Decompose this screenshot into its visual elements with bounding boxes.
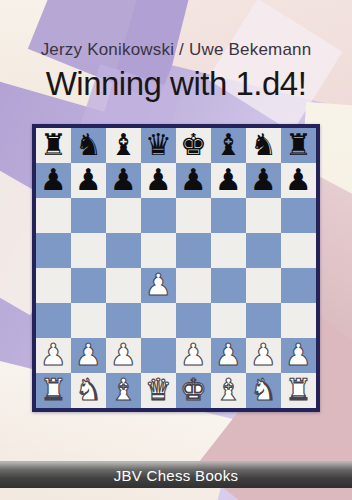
- black-bishop: ♝: [215, 130, 242, 160]
- black-rook: ♜: [40, 130, 67, 160]
- square-b6: [71, 198, 106, 233]
- white-bishop: ♝: [215, 375, 242, 405]
- white-pawn: ♟: [215, 340, 242, 370]
- square-e1: ♚: [176, 373, 211, 408]
- square-e6: [176, 198, 211, 233]
- square-h2: ♟: [281, 338, 316, 373]
- square-g1: ♞: [246, 373, 281, 408]
- white-queen: ♛: [145, 375, 172, 405]
- white-knight: ♞: [250, 375, 277, 405]
- white-rook: ♜: [40, 375, 67, 405]
- square-b2: ♟: [71, 338, 106, 373]
- square-c4: [106, 268, 141, 303]
- square-h6: [281, 198, 316, 233]
- square-c6: [106, 198, 141, 233]
- square-g5: [246, 233, 281, 268]
- black-pawn: ♟: [145, 165, 172, 195]
- square-b7: ♟: [71, 163, 106, 198]
- square-f3: [211, 303, 246, 338]
- square-f8: ♝: [211, 128, 246, 163]
- square-c1: ♝: [106, 373, 141, 408]
- white-bishop: ♝: [110, 375, 137, 405]
- square-c8: ♝: [106, 128, 141, 163]
- square-a6: [36, 198, 71, 233]
- square-e5: [176, 233, 211, 268]
- square-d6: [141, 198, 176, 233]
- black-knight: ♞: [75, 130, 102, 160]
- square-d2: [141, 338, 176, 373]
- square-e8: ♚: [176, 128, 211, 163]
- square-b3: [71, 303, 106, 338]
- square-f4: [211, 268, 246, 303]
- square-b8: ♞: [71, 128, 106, 163]
- square-a7: ♟: [36, 163, 71, 198]
- square-h3: [281, 303, 316, 338]
- chess-board: ♜♞♝♛♚♝♞♜♟♟♟♟♟♟♟♟♟♟♟♟♟♟♟♟♜♞♝♛♚♝♞♜: [32, 124, 320, 412]
- square-f6: [211, 198, 246, 233]
- square-d7: ♟: [141, 163, 176, 198]
- square-e7: ♟: [176, 163, 211, 198]
- black-pawn: ♟: [75, 165, 102, 195]
- white-pawn: ♟: [75, 340, 102, 370]
- square-d5: [141, 233, 176, 268]
- square-h5: [281, 233, 316, 268]
- white-pawn: ♟: [110, 340, 137, 370]
- square-a4: [36, 268, 71, 303]
- square-e2: ♟: [176, 338, 211, 373]
- square-g7: ♟: [246, 163, 281, 198]
- square-h7: ♟: [281, 163, 316, 198]
- square-c5: [106, 233, 141, 268]
- black-rook: ♜: [285, 130, 312, 160]
- publisher-band: JBV Chess Books: [0, 461, 352, 488]
- square-g3: [246, 303, 281, 338]
- white-pawn: ♟: [145, 270, 172, 300]
- square-d3: [141, 303, 176, 338]
- square-a8: ♜: [36, 128, 71, 163]
- black-bishop: ♝: [110, 130, 137, 160]
- publisher-name: JBV Chess Books: [114, 467, 239, 484]
- square-h1: ♜: [281, 373, 316, 408]
- white-king: ♚: [180, 375, 207, 405]
- square-h8: ♜: [281, 128, 316, 163]
- square-a2: ♟: [36, 338, 71, 373]
- white-pawn: ♟: [40, 340, 67, 370]
- square-f5: [211, 233, 246, 268]
- book-title: Winning with 1.d4!: [0, 63, 352, 105]
- book-cover: Jerzy Konikowski / Uwe Bekemann Winning …: [0, 0, 352, 500]
- square-f2: ♟: [211, 338, 246, 373]
- square-e3: [176, 303, 211, 338]
- square-g6: [246, 198, 281, 233]
- square-c2: ♟: [106, 338, 141, 373]
- square-b4: [71, 268, 106, 303]
- square-d4: ♟: [141, 268, 176, 303]
- square-d8: ♛: [141, 128, 176, 163]
- white-pawn: ♟: [250, 340, 277, 370]
- white-knight: ♞: [75, 375, 102, 405]
- square-a3: [36, 303, 71, 338]
- authors-line: Jerzy Konikowski / Uwe Bekemann: [0, 40, 352, 60]
- white-rook: ♜: [285, 375, 312, 405]
- square-h4: [281, 268, 316, 303]
- square-c3: [106, 303, 141, 338]
- square-a1: ♜: [36, 373, 71, 408]
- square-c7: ♟: [106, 163, 141, 198]
- black-pawn: ♟: [250, 165, 277, 195]
- square-g2: ♟: [246, 338, 281, 373]
- black-king: ♚: [180, 130, 207, 160]
- black-queen: ♛: [145, 130, 172, 160]
- white-pawn: ♟: [180, 340, 207, 370]
- black-pawn: ♟: [285, 165, 312, 195]
- black-pawn: ♟: [215, 165, 242, 195]
- black-knight: ♞: [250, 130, 277, 160]
- black-pawn: ♟: [110, 165, 137, 195]
- square-b5: [71, 233, 106, 268]
- white-pawn: ♟: [285, 340, 312, 370]
- square-e4: [176, 268, 211, 303]
- square-g8: ♞: [246, 128, 281, 163]
- square-g4: [246, 268, 281, 303]
- square-f7: ♟: [211, 163, 246, 198]
- square-a5: [36, 233, 71, 268]
- square-b1: ♞: [71, 373, 106, 408]
- square-d1: ♛: [141, 373, 176, 408]
- black-pawn: ♟: [40, 165, 67, 195]
- black-pawn: ♟: [180, 165, 207, 195]
- square-f1: ♝: [211, 373, 246, 408]
